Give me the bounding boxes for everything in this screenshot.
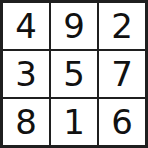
cell-r1c0: 3: [2, 50, 50, 98]
cell-r2c0: 8: [2, 98, 50, 146]
cell-r1c1: 5: [50, 50, 98, 98]
cell-r0c0: 4: [2, 2, 50, 50]
cell-r0c1: 9: [50, 2, 98, 50]
cell-r0c2: 2: [98, 2, 146, 50]
magic-square-board: 4 9 2 3 5 7 8 1 6: [0, 0, 148, 148]
cell-r2c2: 6: [98, 98, 146, 146]
cell-r2c1: 1: [50, 98, 98, 146]
cell-r1c2: 7: [98, 50, 146, 98]
